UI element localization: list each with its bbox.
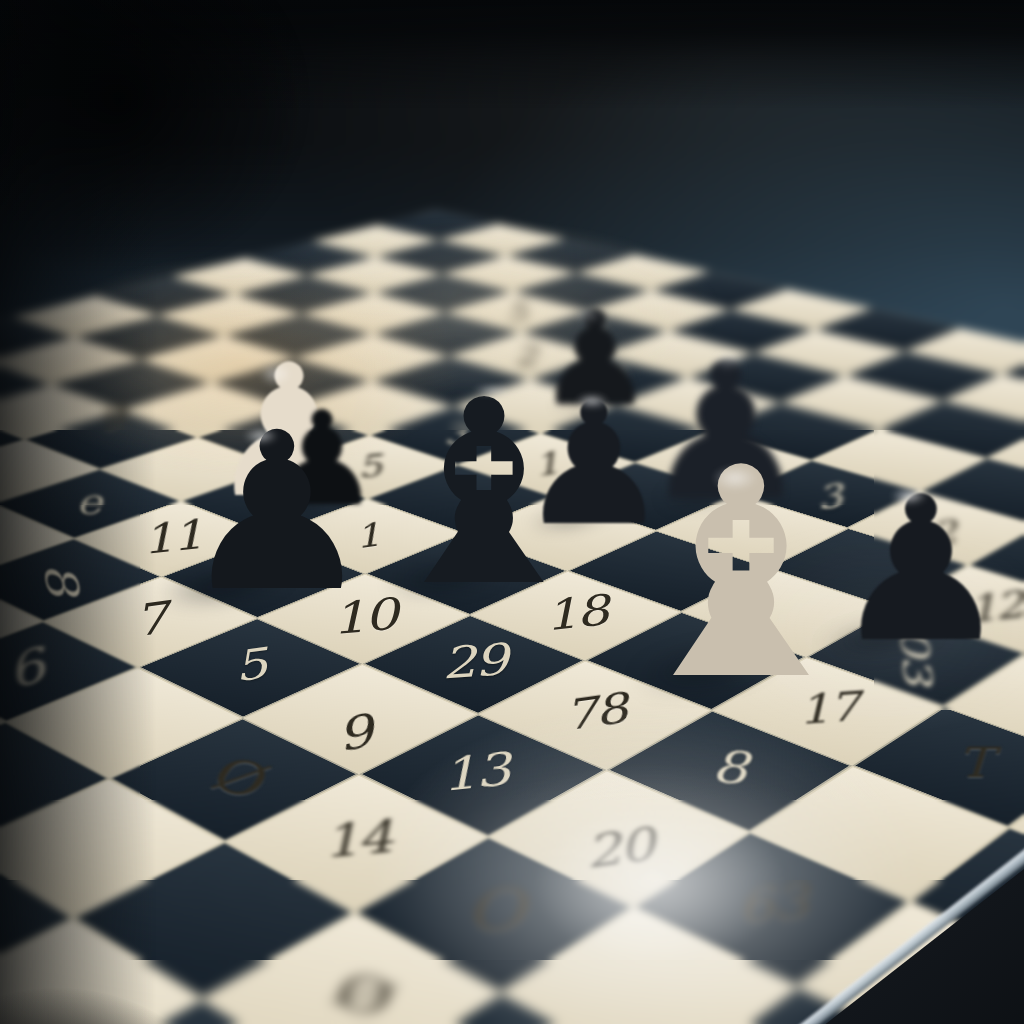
specular-highlight [883,484,935,508]
black-bishop[interactable]: ♝ [357,366,612,621]
chess-photo-scene: 8711e51029189781381703TØ14O2063Ø12153132… [0,0,1024,1024]
black-pawn-right[interactable]: ♟ [821,470,1021,670]
black-bishop-glyph: ♝ [357,366,612,621]
specular-highlight [702,460,768,496]
specular-highlight [464,382,520,398]
specular-highlight [572,306,606,324]
specular-highlight [236,424,286,448]
black-pawn-front[interactable]: ♟ [168,404,386,622]
specular-highlight [706,350,750,370]
pieces-layer: ♟♟♟♟♟♟♝♝♟ [0,0,1024,1024]
